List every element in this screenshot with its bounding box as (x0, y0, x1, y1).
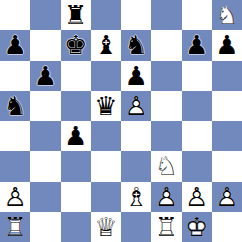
square-d3[interactable] (91, 151, 121, 181)
square-d8[interactable] (91, 0, 121, 30)
square-d2[interactable] (91, 182, 121, 212)
square-b8[interactable] (30, 0, 60, 30)
square-f3[interactable]: ♞♘ (151, 151, 181, 181)
piece-fill-glyph: ♟ (121, 61, 151, 91)
piece-outline-glyph: ♙ (212, 182, 242, 212)
square-h3[interactable] (212, 151, 242, 181)
black-knight[interactable]: ♞ (0, 91, 30, 121)
piece-outline-glyph: ♙ (0, 182, 30, 212)
black-pawn[interactable]: ♟ (30, 61, 60, 91)
square-d1[interactable]: ♛♕ (91, 212, 121, 242)
black-knight[interactable]: ♞ (121, 30, 151, 60)
square-f8[interactable] (151, 0, 181, 30)
square-e2[interactable]: ♝♗ (121, 182, 151, 212)
square-d6[interactable] (91, 61, 121, 91)
square-h2[interactable]: ♟♙ (212, 182, 242, 212)
square-c7[interactable]: ♚ (61, 30, 91, 60)
square-b6[interactable]: ♟ (30, 61, 60, 91)
piece-fill-glyph: ♜ (61, 0, 91, 30)
piece-fill-glyph: ♞ (0, 91, 30, 121)
square-c4[interactable]: ♟ (61, 121, 91, 151)
piece-outline-glyph: ♖ (151, 212, 181, 242)
black-queen[interactable]: ♛ (91, 91, 121, 121)
piece-fill-glyph: ♟ (61, 121, 91, 151)
square-f6[interactable] (151, 61, 181, 91)
piece-outline-glyph: ♙ (151, 182, 181, 212)
square-c5[interactable] (61, 91, 91, 121)
square-b3[interactable] (30, 151, 60, 181)
black-pawn[interactable]: ♟ (61, 121, 91, 151)
square-b4[interactable] (30, 121, 60, 151)
square-f2[interactable]: ♟♙ (151, 182, 181, 212)
piece-fill-glyph: ♞ (212, 0, 242, 30)
square-e8[interactable] (121, 0, 151, 30)
square-a1[interactable]: ♜♖ (0, 212, 30, 242)
black-pawn[interactable]: ♟ (182, 30, 212, 60)
square-a6[interactable] (0, 61, 30, 91)
white-pawn[interactable]: ♟♙ (0, 182, 30, 212)
square-e6[interactable]: ♟ (121, 61, 151, 91)
square-f1[interactable]: ♜♖ (151, 212, 181, 242)
piece-fill-glyph: ♟ (212, 30, 242, 60)
piece-outline-glyph: ♙ (182, 182, 212, 212)
white-pawn[interactable]: ♟♙ (121, 91, 151, 121)
piece-fill-glyph: ♝ (91, 30, 121, 60)
square-e7[interactable]: ♞ (121, 30, 151, 60)
piece-fill-glyph: ♟ (0, 30, 30, 60)
square-h5[interactable] (212, 91, 242, 121)
square-c3[interactable] (61, 151, 91, 181)
piece-fill-glyph: ♚ (61, 30, 91, 60)
square-g8[interactable] (182, 0, 212, 30)
black-pawn[interactable]: ♟ (121, 61, 151, 91)
piece-outline-glyph: ♘ (212, 0, 242, 30)
square-b5[interactable] (30, 91, 60, 121)
piece-fill-glyph: ♟ (151, 182, 181, 212)
square-g5[interactable] (182, 91, 212, 121)
chess-board: ♜♞♘♟♚♝♞♟♟♟♟♞♛♟♙♟♞♘♟♙♝♗♟♙♟♙♟♙♜♖♛♕♜♖♚♔ (0, 0, 242, 242)
piece-fill-glyph: ♝ (121, 182, 151, 212)
white-knight[interactable]: ♞♘ (151, 151, 181, 181)
piece-outline-glyph: ♖ (0, 212, 30, 242)
square-h6[interactable] (212, 61, 242, 91)
white-pawn[interactable]: ♟♙ (212, 182, 242, 212)
white-pawn[interactable]: ♟♙ (182, 182, 212, 212)
square-c1[interactable] (61, 212, 91, 242)
piece-fill-glyph: ♟ (182, 182, 212, 212)
piece-fill-glyph: ♟ (30, 61, 60, 91)
piece-fill-glyph: ♞ (121, 30, 151, 60)
square-a2[interactable]: ♟♙ (0, 182, 30, 212)
square-f5[interactable] (151, 91, 181, 121)
black-rook[interactable]: ♜ (61, 0, 91, 30)
white-knight[interactable]: ♞♘ (212, 0, 242, 30)
square-a8[interactable] (0, 0, 30, 30)
piece-outline-glyph: ♗ (121, 182, 151, 212)
square-e5[interactable]: ♟♙ (121, 91, 151, 121)
piece-outline-glyph: ♔ (182, 212, 212, 242)
white-rook[interactable]: ♜♖ (0, 212, 30, 242)
square-h7[interactable]: ♟ (212, 30, 242, 60)
square-g3[interactable] (182, 151, 212, 181)
square-g1[interactable]: ♚♔ (182, 212, 212, 242)
square-a3[interactable] (0, 151, 30, 181)
square-d7[interactable]: ♝ (91, 30, 121, 60)
black-bishop[interactable]: ♝ (91, 30, 121, 60)
square-c6[interactable] (61, 61, 91, 91)
square-h8[interactable]: ♞♘ (212, 0, 242, 30)
square-g7[interactable]: ♟ (182, 30, 212, 60)
piece-fill-glyph: ♜ (0, 212, 30, 242)
white-king[interactable]: ♚♔ (182, 212, 212, 242)
square-a4[interactable] (0, 121, 30, 151)
white-pawn[interactable]: ♟♙ (151, 182, 181, 212)
piece-outline-glyph: ♘ (151, 151, 181, 181)
white-queen[interactable]: ♛♕ (91, 212, 121, 242)
piece-fill-glyph: ♜ (151, 212, 181, 242)
piece-outline-glyph: ♙ (121, 91, 151, 121)
square-a5[interactable]: ♞ (0, 91, 30, 121)
white-rook[interactable]: ♜♖ (151, 212, 181, 242)
piece-fill-glyph: ♛ (91, 91, 121, 121)
square-b2[interactable] (30, 182, 60, 212)
piece-fill-glyph: ♟ (182, 30, 212, 60)
square-c8[interactable]: ♜ (61, 0, 91, 30)
square-d4[interactable] (91, 121, 121, 151)
piece-fill-glyph: ♟ (212, 182, 242, 212)
piece-fill-glyph: ♟ (0, 182, 30, 212)
square-e4[interactable] (121, 121, 151, 151)
square-e1[interactable] (121, 212, 151, 242)
white-bishop[interactable]: ♝♗ (121, 182, 151, 212)
square-d5[interactable]: ♛ (91, 91, 121, 121)
square-g2[interactable]: ♟♙ (182, 182, 212, 212)
piece-fill-glyph: ♟ (121, 91, 151, 121)
piece-fill-glyph: ♞ (151, 151, 181, 181)
square-c2[interactable] (61, 182, 91, 212)
piece-fill-glyph: ♛ (91, 212, 121, 242)
square-g6[interactable] (182, 61, 212, 91)
piece-outline-glyph: ♕ (91, 212, 121, 242)
black-pawn[interactable]: ♟ (212, 30, 242, 60)
black-king[interactable]: ♚ (61, 30, 91, 60)
square-b7[interactable] (30, 30, 60, 60)
square-b1[interactable] (30, 212, 60, 242)
piece-fill-glyph: ♚ (182, 212, 212, 242)
square-e3[interactable] (121, 151, 151, 181)
black-pawn[interactable]: ♟ (0, 30, 30, 60)
square-h4[interactable] (212, 121, 242, 151)
square-a7[interactable]: ♟ (0, 30, 30, 60)
square-g4[interactable] (182, 121, 212, 151)
square-f4[interactable] (151, 121, 181, 151)
square-h1[interactable] (212, 212, 242, 242)
square-f7[interactable] (151, 30, 181, 60)
